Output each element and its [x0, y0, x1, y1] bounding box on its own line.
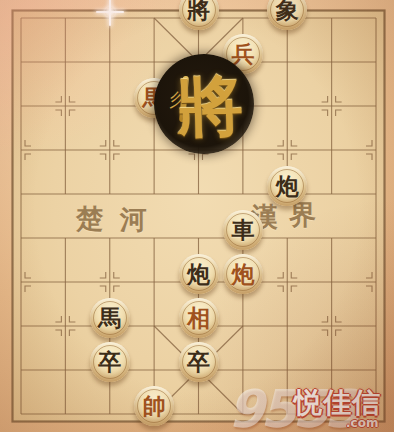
- piece-red-general[interactable]: 帥: [134, 386, 174, 426]
- river-label: 楚: [76, 205, 103, 232]
- piece-character: 象: [276, 0, 299, 21]
- piece-black-chariot[interactable]: 車: [223, 210, 263, 250]
- piece-black-horse[interactable]: 馬: [90, 298, 130, 338]
- check-stamp: 彡 將: [154, 54, 254, 154]
- piece-character: 炮: [231, 262, 254, 285]
- piece-character: 將: [187, 0, 210, 21]
- river-label: 河: [120, 206, 147, 233]
- piece-character: 兵: [231, 42, 254, 65]
- xiangqi-board[interactable]: 楚河漢界 將象兵馬炮車炮炮馬相卒卒帥 彡 將 9553 悦佳信 .com: [0, 0, 394, 432]
- piece-red-cannon[interactable]: 炮: [223, 254, 263, 294]
- check-stamp-character: 將: [176, 72, 244, 140]
- piece-character: 馬: [98, 306, 121, 329]
- piece-character: 車: [231, 218, 254, 241]
- piece-character: 帥: [143, 394, 166, 417]
- piece-character: 炮: [276, 174, 299, 197]
- piece-character: 炮: [187, 262, 210, 285]
- piece-black-soldier[interactable]: 卒: [90, 342, 130, 382]
- piece-character: 卒: [98, 350, 121, 373]
- watermark-site-name: 悦佳信: [294, 389, 381, 417]
- piece-black-cannon[interactable]: 炮: [179, 254, 219, 294]
- piece-black-soldier[interactable]: 卒: [179, 342, 219, 382]
- piece-red-elephant[interactable]: 相: [179, 298, 219, 338]
- piece-character: 卒: [187, 350, 210, 373]
- piece-black-cannon[interactable]: 炮: [267, 166, 307, 206]
- sparkle-icon: [96, 0, 124, 26]
- watermark-suffix: .com: [346, 416, 378, 430]
- piece-character: 相: [187, 306, 210, 329]
- watermark: 9553 悦佳信 .com: [228, 383, 394, 432]
